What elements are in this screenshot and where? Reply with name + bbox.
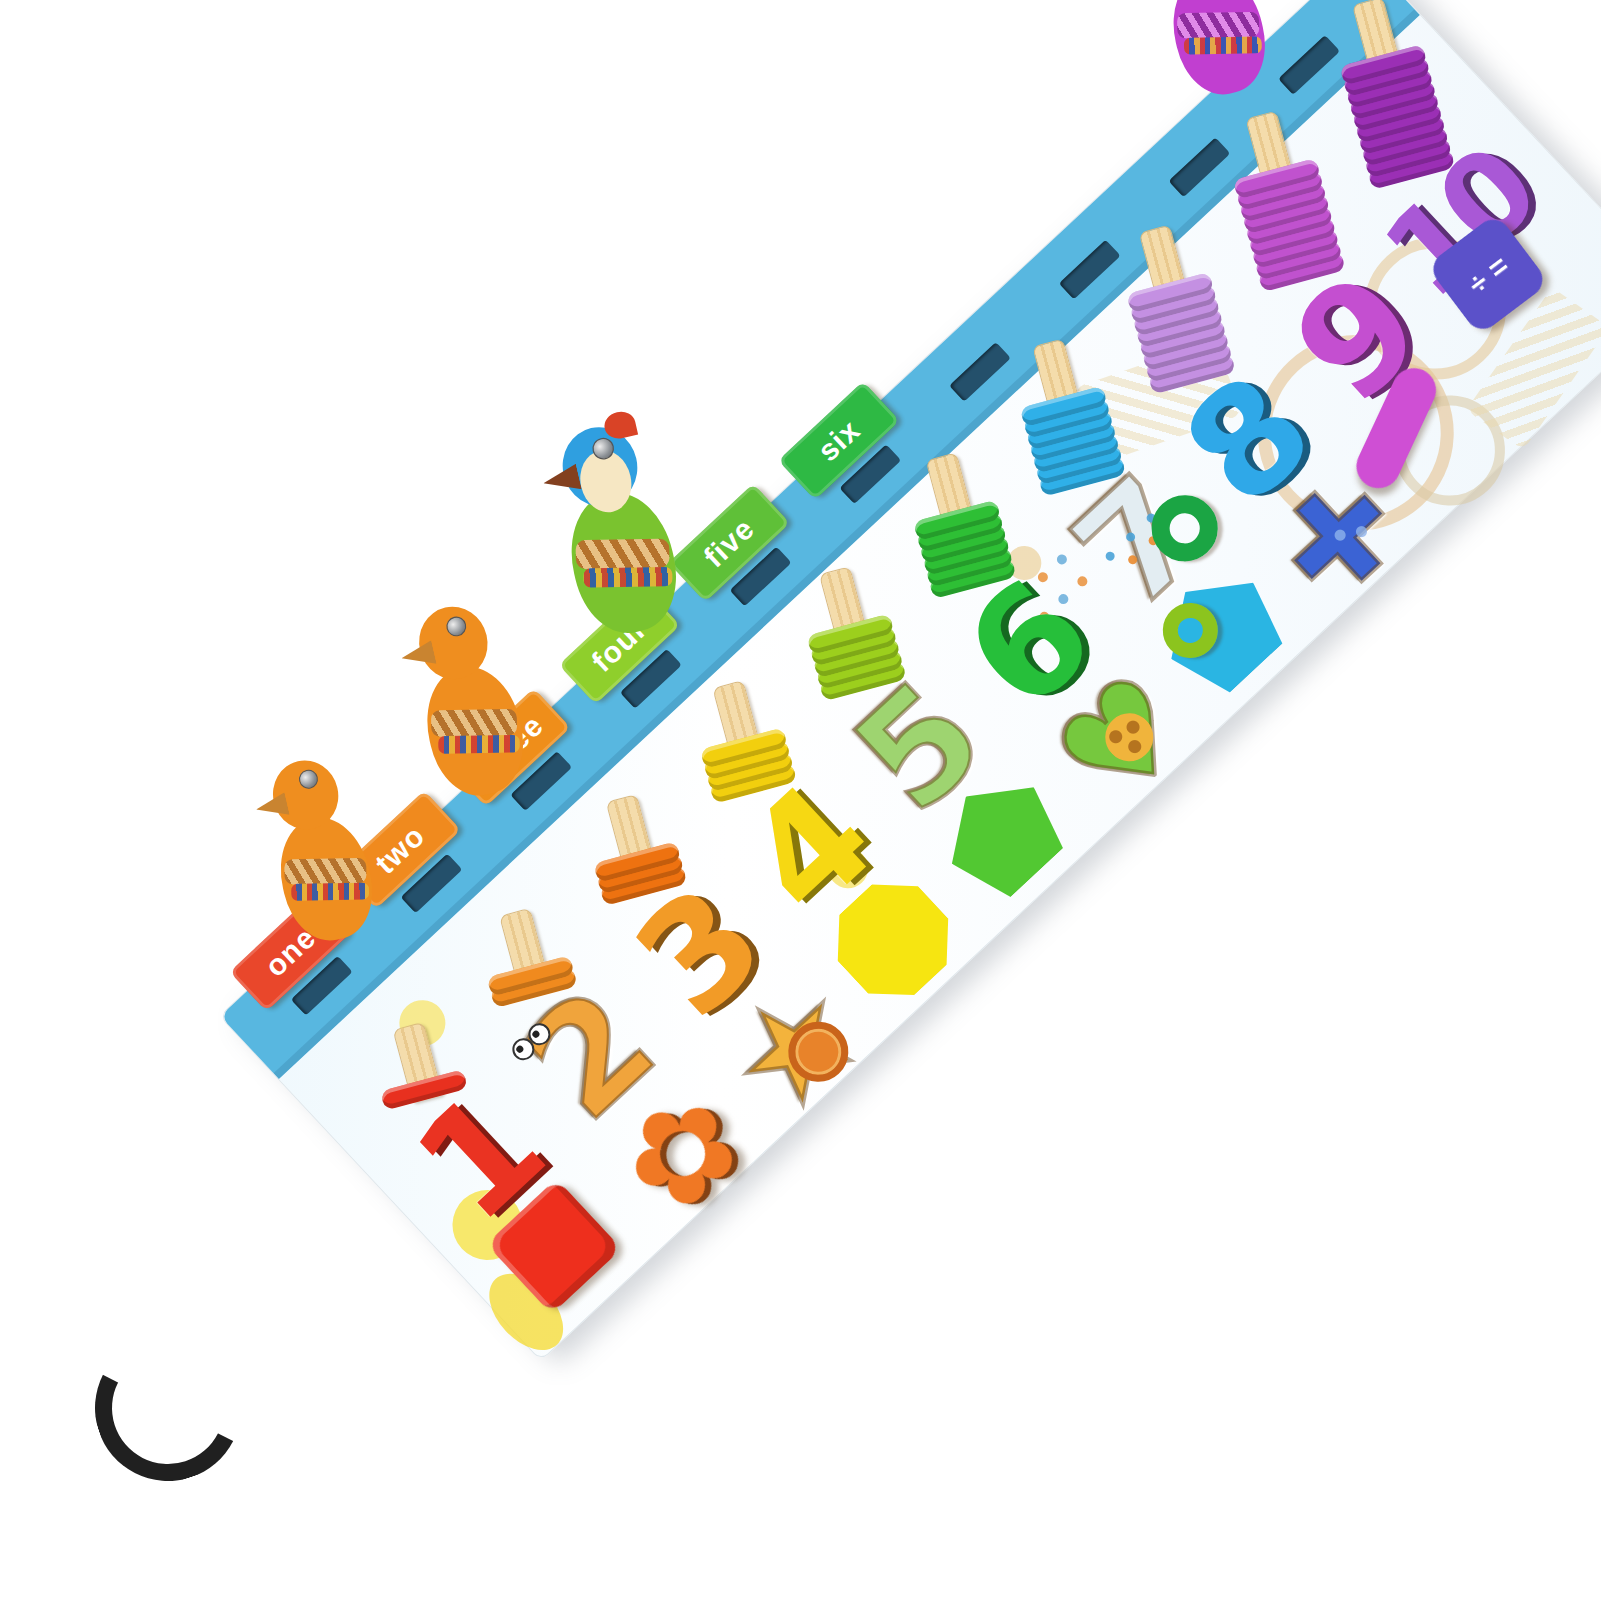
tile-symbols: ÷ = bbox=[1461, 248, 1515, 300]
bird-wing bbox=[1177, 12, 1259, 39]
bird-wing bbox=[284, 858, 366, 885]
bird-clip-parrot[interactable] bbox=[501, 398, 728, 661]
bird-collar-pattern bbox=[438, 735, 520, 754]
bird-collar-pattern bbox=[583, 567, 672, 588]
puzzle-board: onetwothreefourfivesix12345678910✿★♥✚÷ = bbox=[219, 0, 1601, 1361]
bird-collar-pattern bbox=[1184, 36, 1262, 54]
bird-clip-orange-bird-1[interactable] bbox=[219, 735, 417, 965]
bird-collar-pattern bbox=[291, 883, 369, 901]
bird-wing bbox=[576, 539, 670, 569]
black-ring-piece[interactable] bbox=[76, 1316, 260, 1500]
bird-wing bbox=[431, 709, 517, 737]
bird-clip-orange-bird-2[interactable] bbox=[363, 580, 571, 821]
toy-photo-scene: { "game": "wooden Montessori counting & … bbox=[0, 0, 1601, 1601]
